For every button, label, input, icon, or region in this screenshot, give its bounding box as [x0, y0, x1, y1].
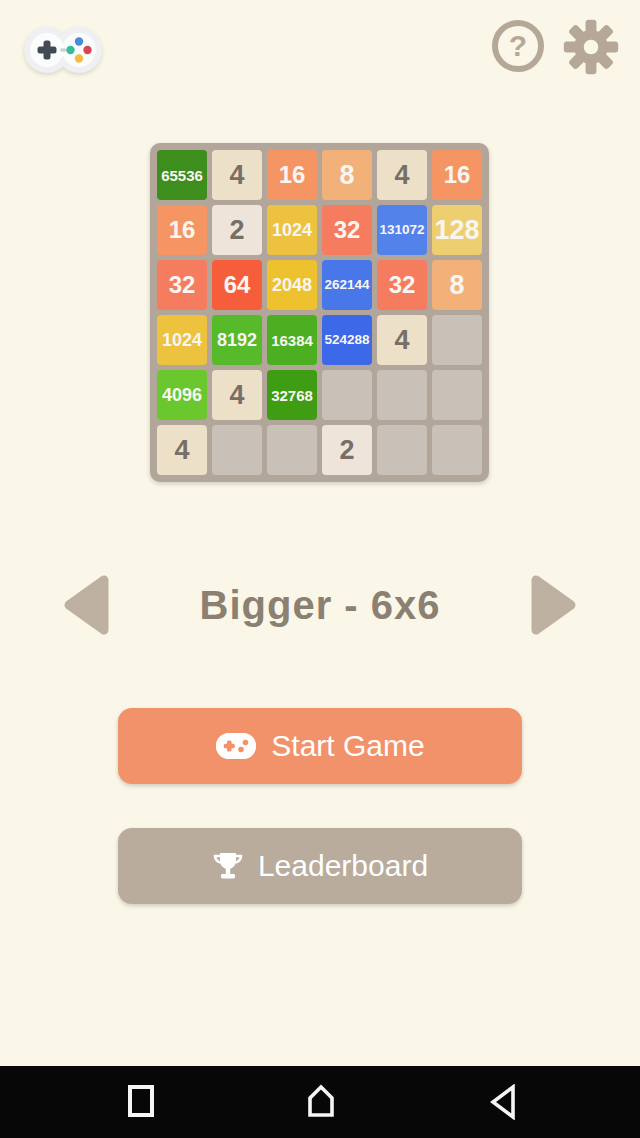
- tile-8192: 8192: [212, 315, 262, 365]
- tile-16384: 16384: [267, 315, 317, 365]
- leaderboard-button[interactable]: Leaderboard: [118, 828, 522, 904]
- right-arrow-icon: [529, 574, 579, 636]
- tile-32: 32: [322, 205, 372, 255]
- tile-2048: 2048: [267, 260, 317, 310]
- help-button[interactable]: ?: [492, 20, 544, 72]
- empty-cell: [432, 370, 482, 420]
- app-screen: ? 6553641684161621024321310721283264204: [0, 0, 640, 1138]
- back-triangle-icon: [489, 1084, 517, 1120]
- gamepad-logo-icon[interactable]: [20, 22, 106, 76]
- tile-1024: 1024: [157, 315, 207, 365]
- square-icon: [127, 1084, 155, 1118]
- tile-128: 128: [432, 205, 482, 255]
- tile-131072: 131072: [377, 205, 427, 255]
- tile-32: 32: [157, 260, 207, 310]
- tile-8: 8: [322, 150, 372, 200]
- tile-4: 4: [377, 315, 427, 365]
- empty-cell: [267, 425, 317, 475]
- tile-16: 16: [267, 150, 317, 200]
- tile-64: 64: [212, 260, 262, 310]
- gear-icon: [562, 18, 620, 76]
- mode-selector: Bigger - 6x6: [0, 560, 640, 650]
- empty-cell: [322, 370, 372, 420]
- recents-button[interactable]: [127, 1084, 155, 1122]
- trophy-icon: [212, 850, 244, 882]
- tile-32: 32: [377, 260, 427, 310]
- leaderboard-label: Leaderboard: [258, 849, 428, 883]
- back-button[interactable]: [489, 1084, 517, 1124]
- home-icon: [306, 1084, 336, 1118]
- board: 6553641684161621024321310721283264204826…: [150, 143, 489, 482]
- empty-cell: [432, 315, 482, 365]
- empty-cell: [212, 425, 262, 475]
- tile-262144: 262144: [322, 260, 372, 310]
- tile-524288: 524288: [322, 315, 372, 365]
- start-game-button[interactable]: Start Game: [118, 708, 522, 784]
- empty-cell: [432, 425, 482, 475]
- tile-4: 4: [212, 150, 262, 200]
- empty-cell: [377, 425, 427, 475]
- tile-4: 4: [212, 370, 262, 420]
- tile-16: 16: [157, 205, 207, 255]
- empty-cell: [377, 370, 427, 420]
- tile-4: 4: [377, 150, 427, 200]
- tile-4: 4: [157, 425, 207, 475]
- tile-32768: 32768: [267, 370, 317, 420]
- start-game-label: Start Game: [271, 729, 424, 763]
- tile-2: 2: [322, 425, 372, 475]
- home-button[interactable]: [306, 1084, 336, 1122]
- tile-65536: 65536: [157, 150, 207, 200]
- next-mode-button[interactable]: [529, 574, 579, 636]
- settings-button[interactable]: [562, 18, 620, 76]
- tile-1024: 1024: [267, 205, 317, 255]
- gamepad-icon: [215, 732, 257, 760]
- tile-16: 16: [432, 150, 482, 200]
- tile-2: 2: [212, 205, 262, 255]
- gamepad-icon: [20, 22, 106, 76]
- tile-8: 8: [432, 260, 482, 310]
- tile-4096: 4096: [157, 370, 207, 420]
- question-mark-icon: ?: [509, 31, 527, 61]
- android-nav-bar: [0, 1066, 640, 1138]
